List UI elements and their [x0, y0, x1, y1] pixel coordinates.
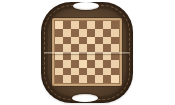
- board-square: [63, 75, 71, 83]
- board-square: [111, 75, 119, 83]
- chess-board-case: [41, 2, 133, 103]
- board-square: [63, 37, 71, 45]
- board-square: [103, 75, 111, 83]
- handle-cutout-bottom: [72, 94, 98, 102]
- board-square: [63, 60, 71, 68]
- board-square: [55, 44, 63, 52]
- board-square: [95, 68, 103, 76]
- board-square: [103, 68, 111, 76]
- board-square: [63, 21, 71, 29]
- board-square: [71, 44, 79, 52]
- board-square: [71, 29, 79, 37]
- board-square: [55, 37, 63, 45]
- board-square: [79, 29, 87, 37]
- board-square: [55, 75, 63, 83]
- board-square: [87, 68, 95, 76]
- board-square: [79, 37, 87, 45]
- board-square: [79, 21, 87, 29]
- board-square: [111, 60, 119, 68]
- board-square: [111, 21, 119, 29]
- board-square: [111, 29, 119, 37]
- board-square: [95, 29, 103, 37]
- board-square: [71, 37, 79, 45]
- board-square: [87, 44, 95, 52]
- handle-cutout-top: [73, 2, 99, 10]
- board-square: [87, 60, 95, 68]
- board-square: [55, 68, 63, 76]
- board-square: [111, 68, 119, 76]
- board-square: [103, 60, 111, 68]
- board-square: [87, 37, 95, 45]
- board-square: [87, 75, 95, 83]
- board-square: [103, 37, 111, 45]
- product-photo: [0, 0, 175, 105]
- board-square: [95, 44, 103, 52]
- board-square: [63, 44, 71, 52]
- board-square: [95, 75, 103, 83]
- board-square: [63, 29, 71, 37]
- board-square: [95, 21, 103, 29]
- board-square: [103, 44, 111, 52]
- board-square: [71, 75, 79, 83]
- fold-hinge-line: [44, 52, 130, 54]
- board-square: [55, 60, 63, 68]
- board-square: [79, 44, 87, 52]
- board-square: [111, 44, 119, 52]
- board-square: [87, 29, 95, 37]
- board-square: [55, 21, 63, 29]
- board-square: [103, 29, 111, 37]
- board-square: [71, 68, 79, 76]
- board-square: [55, 29, 63, 37]
- board-square: [79, 60, 87, 68]
- board-square: [71, 60, 79, 68]
- board-square: [111, 37, 119, 45]
- board-square: [79, 68, 87, 76]
- board-square: [87, 21, 95, 29]
- board-square: [79, 75, 87, 83]
- board-square: [95, 60, 103, 68]
- board-square: [71, 21, 79, 29]
- board-square: [103, 21, 111, 29]
- board-square: [95, 37, 103, 45]
- board-square: [63, 68, 71, 76]
